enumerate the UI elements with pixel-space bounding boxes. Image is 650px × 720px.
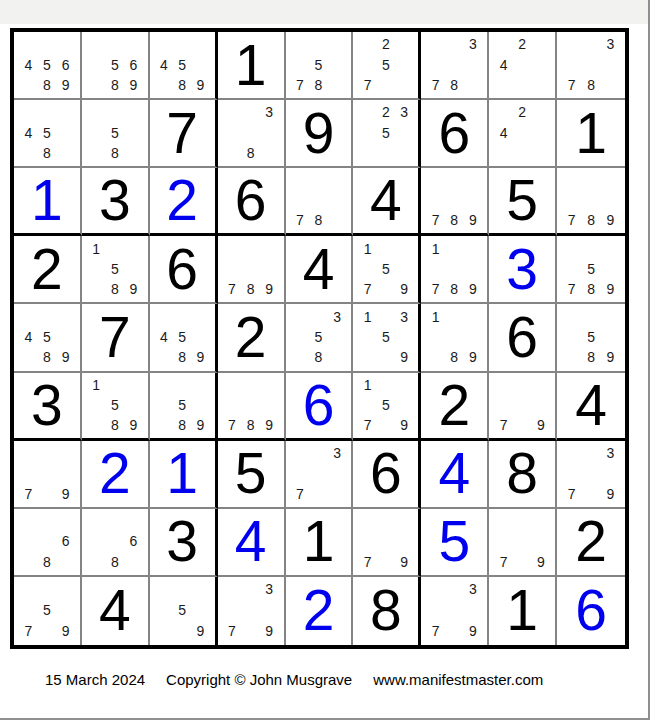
candidate-empty-slot [191, 54, 209, 74]
candidate-empty-slot [223, 238, 242, 258]
given-digit: 6 [438, 105, 470, 162]
candidate-empty-slot [87, 54, 106, 74]
candidate-empty-slot [494, 143, 513, 163]
candidate-digit: 7 [426, 621, 445, 642]
candidate-empty-slot [87, 415, 106, 435]
candidate-empty-slot [464, 238, 483, 258]
top-strip [0, 0, 648, 24]
candidate-empty-slot [358, 347, 376, 367]
candidate-empty-slot [38, 531, 57, 551]
candidate-digit: 7 [291, 75, 310, 95]
cell-r8c7[interactable]: 5 [421, 509, 489, 577]
candidate-grid: 78 [286, 168, 352, 233]
candidate-empty-slot [513, 552, 532, 572]
cell-r4c8[interactable]: 3 [489, 236, 557, 304]
candidate-empty-slot [513, 375, 532, 395]
candidate-empty-slot [581, 483, 600, 503]
cell-r7c3[interactable]: 1 [150, 441, 218, 509]
candidate-digit: 5 [38, 327, 57, 347]
cell-r3c4[interactable]: 6 [218, 168, 286, 236]
candidate-empty-slot [601, 259, 620, 279]
cell-r8c4[interactable]: 4 [218, 509, 286, 577]
candidate-digit: 9 [464, 347, 483, 367]
footer: 15 March 2024 Copyright © John Musgrave … [45, 671, 543, 688]
cell-r3c5[interactable]: 78 [286, 168, 354, 236]
cell-r5c8[interactable]: 6 [489, 304, 557, 372]
candidate-digit: 7 [19, 483, 38, 503]
cell-r2c6[interactable]: 235 [353, 100, 421, 168]
candidate-digit: 5 [377, 395, 395, 415]
cell-r5c1[interactable]: 4589 [14, 304, 82, 372]
cell-r1c9[interactable]: 378 [557, 32, 625, 100]
candidate-empty-slot [601, 238, 620, 258]
cell-r4c6[interactable]: 1579 [353, 236, 421, 304]
candidate-digit: 9 [464, 210, 483, 230]
given-digit: 4 [99, 582, 131, 639]
candidate-empty-slot [426, 327, 445, 347]
cell-r1c7[interactable]: 378 [421, 32, 489, 100]
candidate-empty-slot [581, 190, 600, 210]
candidate-empty-slot [309, 190, 328, 210]
candidate-empty-slot [191, 395, 209, 415]
candidate-empty-slot [513, 531, 532, 551]
candidate-empty-slot [328, 54, 347, 74]
cell-r6c7[interactable]: 2 [421, 373, 489, 441]
given-digit: 3 [31, 377, 63, 434]
candidate-empty-slot [223, 122, 242, 142]
cell-r8c8[interactable]: 79 [489, 509, 557, 577]
cell-r6c2[interactable]: 1589 [82, 373, 150, 441]
candidate-digit: 7 [426, 75, 445, 95]
candidate-empty-slot [445, 327, 464, 347]
candidate-empty-slot [426, 579, 445, 600]
candidate-empty-slot [601, 75, 620, 95]
candidate-empty-slot [601, 54, 620, 74]
cell-r5c9[interactable]: 589 [557, 304, 625, 372]
candidate-empty-slot [56, 34, 75, 54]
candidate-empty-slot [19, 347, 38, 367]
cell-r9c6[interactable]: 8 [353, 577, 421, 645]
cell-r5c7[interactable]: 189 [421, 304, 489, 372]
cell-r8c6[interactable]: 79 [353, 509, 421, 577]
cell-r6c1[interactable]: 3 [14, 373, 82, 441]
sudoku-board: 4568956894589157825737824378458587389235… [10, 28, 629, 649]
candidate-empty-slot [395, 238, 413, 258]
candidate-grid: 4589 [14, 304, 80, 370]
candidate-grid: 59 [150, 577, 215, 645]
candidate-empty-slot [223, 143, 242, 163]
given-digit: 5 [506, 172, 538, 229]
candidate-digit: 5 [377, 327, 395, 347]
candidate-empty-slot [601, 463, 620, 483]
cell-r9c1[interactable]: 579 [14, 577, 82, 645]
candidate-empty-slot [309, 34, 328, 54]
candidate-empty-slot [291, 347, 310, 367]
candidate-empty-slot [426, 600, 445, 621]
cell-r8c2[interactable]: 68 [82, 509, 150, 577]
candidate-empty-slot [445, 190, 464, 210]
cell-r1c5[interactable]: 578 [286, 32, 354, 100]
cell-r2c4[interactable]: 38 [218, 100, 286, 168]
cell-r4c2[interactable]: 1589 [82, 236, 150, 304]
cell-r7c8[interactable]: 8 [489, 441, 557, 509]
cell-r2c7[interactable]: 6 [421, 100, 489, 168]
given-digit: 2 [31, 241, 63, 298]
candidate-digit: 9 [191, 347, 209, 367]
candidate-digit: 9 [124, 279, 143, 299]
candidate-grid: 4589 [150, 32, 215, 98]
candidate-empty-slot [155, 75, 173, 95]
cell-r9c5[interactable]: 2 [286, 577, 354, 645]
candidate-grid: 789 [218, 373, 284, 438]
cell-r6c9[interactable]: 4 [557, 373, 625, 441]
candidate-grid: 45689 [14, 32, 80, 98]
candidate-grid: 79 [489, 509, 555, 575]
candidate-digit: 9 [124, 415, 143, 435]
candidate-empty-slot [581, 170, 600, 190]
candidate-empty-slot [260, 375, 279, 395]
candidate-empty-slot [562, 54, 581, 74]
cell-r8c3[interactable]: 3 [150, 509, 218, 577]
candidate-empty-slot [358, 259, 376, 279]
candidate-grid: 1579 [353, 373, 418, 438]
cell-r7c5[interactable]: 37 [286, 441, 354, 509]
cell-r6c8[interactable]: 79 [489, 373, 557, 441]
cell-r2c1[interactable]: 458 [14, 100, 82, 168]
candidate-empty-slot [106, 375, 125, 395]
candidate-digit: 5 [309, 327, 328, 347]
candidate-digit: 3 [328, 306, 347, 326]
candidate-empty-slot [106, 102, 125, 122]
candidate-empty-slot [494, 511, 513, 531]
candidate-empty-slot [56, 511, 75, 531]
candidate-empty-slot [562, 306, 581, 326]
cell-r9c2[interactable]: 4 [82, 577, 150, 645]
candidate-digit: 5 [38, 122, 57, 142]
candidate-empty-slot [155, 34, 173, 54]
candidate-empty-slot [191, 306, 209, 326]
candidate-empty-slot [309, 443, 328, 463]
cell-r6c5[interactable]: 6 [286, 373, 354, 441]
candidate-empty-slot [377, 75, 395, 95]
candidate-empty-slot [260, 238, 279, 258]
entered-digit: 6 [575, 582, 607, 639]
cell-r7c4[interactable]: 5 [218, 441, 286, 509]
candidate-digit: 9 [56, 75, 75, 95]
candidate-empty-slot [124, 552, 143, 572]
candidate-digit: 8 [445, 347, 464, 367]
cell-r7c6[interactable]: 6 [353, 441, 421, 509]
candidate-grid: 24 [489, 32, 555, 98]
candidate-empty-slot [395, 327, 413, 347]
candidate-empty-slot [223, 102, 242, 122]
candidate-digit: 8 [38, 75, 57, 95]
candidate-empty-slot [87, 279, 106, 299]
candidate-empty-slot [106, 511, 125, 531]
candidate-empty-slot [19, 443, 38, 463]
candidate-digit: 5 [581, 259, 600, 279]
cell-r1c8[interactable]: 24 [489, 32, 557, 100]
cell-r5c5[interactable]: 358 [286, 304, 354, 372]
cell-r7c9[interactable]: 379 [557, 441, 625, 509]
candidate-empty-slot [241, 395, 260, 415]
candidate-digit: 8 [581, 279, 600, 299]
candidate-empty-slot [328, 34, 347, 54]
candidate-grid: 1589 [82, 236, 148, 302]
candidate-empty-slot [562, 327, 581, 347]
candidate-digit: 7 [562, 279, 581, 299]
entered-digit: 3 [506, 241, 538, 298]
cell-r2c3[interactable]: 7 [150, 100, 218, 168]
given-digit: 6 [166, 241, 198, 298]
candidate-empty-slot [358, 143, 376, 163]
candidate-empty-slot [19, 34, 38, 54]
candidate-empty-slot [494, 395, 513, 415]
candidate-digit: 9 [395, 552, 413, 572]
candidate-empty-slot [445, 259, 464, 279]
candidate-empty-slot [377, 238, 395, 258]
candidate-empty-slot [531, 54, 550, 74]
candidate-empty-slot [358, 327, 376, 347]
cell-r5c4[interactable]: 2 [218, 304, 286, 372]
candidate-empty-slot [445, 54, 464, 74]
cell-r4c9[interactable]: 5789 [557, 236, 625, 304]
candidate-empty-slot [38, 443, 57, 463]
candidate-empty-slot [241, 259, 260, 279]
candidate-empty-slot [395, 395, 413, 415]
candidate-empty-slot [291, 54, 310, 74]
cell-r9c3[interactable]: 59 [150, 577, 218, 645]
candidate-grid: 257 [353, 32, 418, 98]
candidate-empty-slot [328, 483, 347, 503]
candidate-empty-slot [581, 34, 600, 54]
candidate-empty-slot [377, 279, 395, 299]
candidate-empty-slot [562, 34, 581, 54]
cell-r3c9[interactable]: 789 [557, 168, 625, 236]
cell-r2c2[interactable]: 58 [82, 100, 150, 168]
candidate-grid: 68 [82, 509, 148, 575]
candidate-empty-slot [445, 306, 464, 326]
candidate-empty-slot [56, 327, 75, 347]
candidate-empty-slot [513, 395, 532, 415]
candidate-empty-slot [124, 143, 143, 163]
candidate-empty-slot [106, 531, 125, 551]
given-digit: 7 [99, 309, 131, 366]
candidate-empty-slot [494, 34, 513, 54]
cell-r4c3[interactable]: 6 [150, 236, 218, 304]
candidate-empty-slot [38, 511, 57, 531]
candidate-empty-slot [38, 579, 57, 600]
cell-r6c6[interactable]: 1579 [353, 373, 421, 441]
candidate-empty-slot [601, 190, 620, 210]
entered-digit: 2 [99, 445, 131, 502]
cell-r2c8[interactable]: 24 [489, 100, 557, 168]
candidate-grid: 1789 [421, 236, 487, 302]
candidate-grid: 379 [421, 577, 487, 645]
candidate-digit: 2 [513, 102, 532, 122]
cell-r1c4[interactable]: 1 [218, 32, 286, 100]
candidate-empty-slot [328, 347, 347, 367]
cell-r2c5[interactable]: 9 [286, 100, 354, 168]
cell-r8c9[interactable]: 2 [557, 509, 625, 577]
cell-r7c2[interactable]: 2 [82, 441, 150, 509]
candidate-empty-slot [56, 306, 75, 326]
candidate-empty-slot [87, 552, 106, 572]
candidate-empty-slot [291, 463, 310, 483]
candidate-empty-slot [19, 531, 38, 551]
candidate-digit: 7 [562, 210, 581, 230]
candidate-empty-slot [241, 238, 260, 258]
candidate-empty-slot [223, 395, 242, 415]
cell-r5c6[interactable]: 1359 [353, 304, 421, 372]
candidate-empty-slot [395, 122, 413, 142]
candidate-digit: 5 [377, 259, 395, 279]
candidate-empty-slot [562, 170, 581, 190]
candidate-empty-slot [87, 395, 106, 415]
candidate-digit: 3 [260, 102, 279, 122]
cell-r9c4[interactable]: 379 [218, 577, 286, 645]
candidate-digit: 5 [38, 600, 57, 621]
cell-r1c6[interactable]: 257 [353, 32, 421, 100]
candidate-digit: 7 [19, 621, 38, 642]
cell-r4c7[interactable]: 1789 [421, 236, 489, 304]
candidate-digit: 5 [173, 327, 191, 347]
cell-r7c7[interactable]: 4 [421, 441, 489, 509]
candidate-empty-slot [191, 375, 209, 395]
candidate-digit: 5 [106, 259, 125, 279]
candidate-empty-slot [19, 306, 38, 326]
candidate-digit: 8 [38, 347, 57, 367]
candidate-empty-slot [124, 375, 143, 395]
cell-r4c5[interactable]: 4 [286, 236, 354, 304]
candidate-empty-slot [56, 552, 75, 572]
candidate-digit: 3 [601, 34, 620, 54]
cell-r5c3[interactable]: 4589 [150, 304, 218, 372]
candidate-empty-slot [223, 579, 242, 600]
candidate-empty-slot [426, 347, 445, 367]
candidate-empty-slot [260, 122, 279, 142]
cell-r6c3[interactable]: 589 [150, 373, 218, 441]
cell-r3c3[interactable]: 2 [150, 168, 218, 236]
cell-r1c1[interactable]: 45689 [14, 32, 82, 100]
cell-r4c1[interactable]: 2 [14, 236, 82, 304]
cell-r9c7[interactable]: 379 [421, 577, 489, 645]
candidate-empty-slot [513, 511, 532, 531]
cell-r1c2[interactable]: 5689 [82, 32, 150, 100]
cell-r9c9[interactable]: 6 [557, 577, 625, 645]
candidate-grid: 189 [421, 304, 487, 370]
candidate-empty-slot [581, 306, 600, 326]
candidate-digit: 9 [395, 279, 413, 299]
cell-r1c3[interactable]: 4589 [150, 32, 218, 100]
cell-r3c8[interactable]: 5 [489, 168, 557, 236]
candidate-digit: 8 [309, 347, 328, 367]
given-digit: 9 [303, 105, 335, 162]
candidate-empty-slot [87, 259, 106, 279]
candidate-empty-slot [155, 375, 173, 395]
cell-r2c9[interactable]: 1 [557, 100, 625, 168]
candidate-grid: 789 [557, 168, 625, 233]
cell-r3c6[interactable]: 4 [353, 168, 421, 236]
candidate-empty-slot [19, 75, 38, 95]
candidate-empty-slot [464, 259, 483, 279]
candidate-empty-slot [56, 102, 75, 122]
cell-r4c4[interactable]: 789 [218, 236, 286, 304]
cell-r8c5[interactable]: 1 [286, 509, 354, 577]
candidate-empty-slot [106, 238, 125, 258]
candidate-digit: 2 [377, 102, 395, 122]
given-digit: 2 [235, 309, 267, 366]
candidate-empty-slot [56, 443, 75, 463]
candidate-digit: 3 [464, 34, 483, 54]
cell-r5c2[interactable]: 7 [82, 304, 150, 372]
candidate-empty-slot [531, 34, 550, 54]
cell-r7c1[interactable]: 79 [14, 441, 82, 509]
candidate-digit: 3 [464, 579, 483, 600]
candidate-empty-slot [38, 102, 57, 122]
cell-r8c1[interactable]: 68 [14, 509, 82, 577]
candidate-digit: 9 [464, 621, 483, 642]
cell-r3c2[interactable]: 3 [82, 168, 150, 236]
candidate-empty-slot [464, 327, 483, 347]
candidate-empty-slot [464, 600, 483, 621]
given-digit: 1 [506, 582, 538, 639]
candidate-grid: 589 [150, 373, 215, 438]
cell-r6c4[interactable]: 789 [218, 373, 286, 441]
cell-r9c8[interactable]: 1 [489, 577, 557, 645]
candidate-digit: 6 [124, 531, 143, 551]
candidate-digit: 8 [581, 347, 600, 367]
candidate-digit: 7 [223, 279, 242, 299]
candidate-empty-slot [531, 531, 550, 551]
given-digit: 2 [438, 377, 470, 434]
entered-digit: 2 [166, 172, 198, 229]
candidate-digit: 3 [328, 443, 347, 463]
candidate-empty-slot [328, 190, 347, 210]
candidate-digit: 5 [106, 54, 125, 74]
candidate-empty-slot [19, 463, 38, 483]
candidate-empty-slot [377, 347, 395, 367]
candidate-digit: 9 [191, 415, 209, 435]
candidate-empty-slot [124, 238, 143, 258]
candidate-empty-slot [38, 306, 57, 326]
candidate-digit: 2 [377, 34, 395, 54]
page: 4568956894589157825737824378458587389235… [0, 0, 650, 720]
candidate-empty-slot [358, 395, 376, 415]
candidate-empty-slot [87, 143, 106, 163]
candidate-empty-slot [291, 306, 310, 326]
cell-r3c1[interactable]: 1 [14, 168, 82, 236]
candidate-empty-slot [531, 102, 550, 122]
given-digit: 6 [506, 309, 538, 366]
candidate-empty-slot [38, 463, 57, 483]
candidate-empty-slot [223, 600, 242, 621]
candidate-digit: 4 [19, 54, 38, 74]
candidate-digit: 7 [223, 621, 242, 642]
given-digit: 3 [99, 172, 131, 229]
given-digit: 1 [575, 105, 607, 162]
given-digit: 6 [370, 445, 402, 502]
candidate-digit: 8 [241, 279, 260, 299]
candidate-digit: 3 [395, 306, 413, 326]
candidate-digit: 6 [56, 531, 75, 551]
candidate-grid: 378 [557, 32, 625, 98]
candidate-digit: 7 [426, 210, 445, 230]
candidate-empty-slot [601, 306, 620, 326]
candidate-digit: 9 [260, 621, 279, 642]
cell-r3c7[interactable]: 789 [421, 168, 489, 236]
candidate-empty-slot [395, 375, 413, 395]
